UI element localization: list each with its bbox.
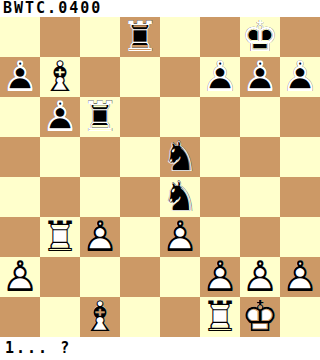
square-b5[interactable] [40,137,80,177]
square-c2[interactable] [80,257,120,297]
square-c1[interactable]: ♝♗ [80,297,120,337]
black-king-icon: ♚♔ [240,17,280,57]
square-a6[interactable] [0,97,40,137]
square-c8[interactable] [80,17,120,57]
square-e2[interactable] [160,257,200,297]
black-pawn-icon: ♟♙ [200,57,240,97]
square-g2[interactable]: ♟♙ [240,257,280,297]
square-a4[interactable] [0,177,40,217]
square-b1[interactable] [40,297,80,337]
square-d3[interactable] [120,217,160,257]
white-pawn-icon: ♟♙ [80,217,120,257]
black-knight-icon: ♞♘ [160,137,200,177]
square-f5[interactable] [200,137,240,177]
square-e4[interactable]: ♞♘ [160,177,200,217]
square-e3[interactable]: ♟♙ [160,217,200,257]
square-g6[interactable] [240,97,280,137]
square-d5[interactable] [120,137,160,177]
white-king-icon: ♚♔ [240,297,280,337]
square-a2[interactable]: ♟♙ [0,257,40,297]
square-h3[interactable] [280,217,320,257]
white-rook-icon: ♜♖ [200,297,240,337]
square-a3[interactable] [0,217,40,257]
square-g3[interactable] [240,217,280,257]
black-rook-icon: ♜♖ [120,17,160,57]
black-rook-icon: ♜♖ [80,97,120,137]
square-d7[interactable] [120,57,160,97]
square-d4[interactable] [120,177,160,217]
black-pawn-icon: ♟♙ [0,57,40,97]
square-b4[interactable] [40,177,80,217]
white-pawn-icon: ♟♙ [0,257,40,297]
square-d8[interactable]: ♜♖ [120,17,160,57]
board: ♜♖♚♔♟♙♝♗♟♙♟♙♟♙♟♙♜♖♞♘♞♘♜♖♟♙♟♙♟♙♟♙♟♙♟♙♝♗♜♖… [0,17,320,337]
square-g8[interactable]: ♚♔ [240,17,280,57]
white-pawn-icon: ♟♙ [160,217,200,257]
square-a5[interactable] [0,137,40,177]
square-f3[interactable] [200,217,240,257]
black-pawn-icon: ♟♙ [280,57,320,97]
square-b7[interactable]: ♝♗ [40,57,80,97]
chess-program-window: BWTC.0400 ♜♖♚♔♟♙♝♗♟♙♟♙♟♙♟♙♜♖♞♘♞♘♜♖♟♙♟♙♟♙… [0,0,320,360]
square-e6[interactable] [160,97,200,137]
white-rook-icon: ♜♖ [40,217,80,257]
white-pawn-icon: ♟♙ [200,257,240,297]
square-c5[interactable] [80,137,120,177]
black-knight-icon: ♞♘ [160,177,200,217]
black-pawn-icon: ♟♙ [240,57,280,97]
square-f1[interactable]: ♜♖ [200,297,240,337]
square-e5[interactable]: ♞♘ [160,137,200,177]
square-b8[interactable] [40,17,80,57]
square-g7[interactable]: ♟♙ [240,57,280,97]
square-f6[interactable] [200,97,240,137]
square-b6[interactable]: ♟♙ [40,97,80,137]
square-e8[interactable] [160,17,200,57]
square-h5[interactable] [280,137,320,177]
square-e1[interactable] [160,297,200,337]
square-g1[interactable]: ♚♔ [240,297,280,337]
square-h2[interactable]: ♟♙ [280,257,320,297]
white-bishop-icon: ♝♗ [80,297,120,337]
square-c4[interactable] [80,177,120,217]
square-b2[interactable] [40,257,80,297]
square-d1[interactable] [120,297,160,337]
square-f4[interactable] [200,177,240,217]
square-d6[interactable] [120,97,160,137]
square-b3[interactable]: ♜♖ [40,217,80,257]
black-pawn-icon: ♟♙ [40,97,80,137]
square-c7[interactable] [80,57,120,97]
square-h8[interactable] [280,17,320,57]
square-g5[interactable] [240,137,280,177]
square-a8[interactable] [0,17,40,57]
square-f2[interactable]: ♟♙ [200,257,240,297]
white-pawn-icon: ♟♙ [280,257,320,297]
square-a7[interactable]: ♟♙ [0,57,40,97]
white-pawn-icon: ♟♙ [240,257,280,297]
square-c6[interactable]: ♜♖ [80,97,120,137]
white-bishop-icon: ♝♗ [40,57,80,97]
square-d2[interactable] [120,257,160,297]
square-a1[interactable] [0,297,40,337]
square-e7[interactable] [160,57,200,97]
square-h6[interactable] [280,97,320,137]
square-f7[interactable]: ♟♙ [200,57,240,97]
square-h1[interactable] [280,297,320,337]
square-h7[interactable]: ♟♙ [280,57,320,97]
square-c3[interactable]: ♟♙ [80,217,120,257]
square-f8[interactable] [200,17,240,57]
square-g4[interactable] [240,177,280,217]
square-h4[interactable] [280,177,320,217]
